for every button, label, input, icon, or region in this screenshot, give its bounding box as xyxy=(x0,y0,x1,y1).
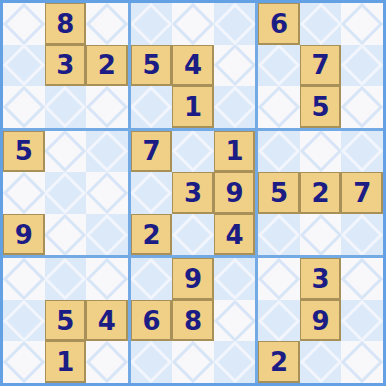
cell-value: 9 xyxy=(184,266,202,292)
diamond-decoration xyxy=(341,86,383,128)
cell-r8c9[interactable] xyxy=(341,300,383,342)
cell-r5c7[interactable]: 5 xyxy=(258,172,300,214)
cell-value: 1 xyxy=(56,349,74,375)
cell-r8c6[interactable] xyxy=(214,300,256,342)
cell-r3c2[interactable] xyxy=(45,86,87,128)
cell-value: 1 xyxy=(184,94,202,120)
cell-r9c6[interactable] xyxy=(214,341,256,383)
cell-r1c9[interactable] xyxy=(341,3,383,45)
cell-r2c6[interactable] xyxy=(214,45,256,87)
diamond-decoration xyxy=(3,300,45,342)
diamond-decoration xyxy=(86,341,128,383)
diamond-decoration xyxy=(214,341,256,383)
diamond-decoration xyxy=(172,131,214,173)
cell-r8c4[interactable]: 6 xyxy=(131,300,173,342)
cell-r7c1[interactable] xyxy=(3,258,45,300)
cell-value: 4 xyxy=(98,308,116,334)
diamond-decoration xyxy=(86,3,128,45)
cell-r2c3[interactable]: 2 xyxy=(86,45,128,87)
cell-r4c9[interactable] xyxy=(341,131,383,173)
cell-r2c1[interactable] xyxy=(3,45,45,87)
cell-r7c4[interactable] xyxy=(131,258,173,300)
cell-value: 2 xyxy=(312,180,330,206)
cell-r1c2[interactable]: 8 xyxy=(45,3,87,45)
diamond-decoration xyxy=(300,3,342,45)
cell-value: 1 xyxy=(226,138,244,164)
cell-r1c1[interactable] xyxy=(3,3,45,45)
cell-r7c3[interactable] xyxy=(86,258,128,300)
cell-r8c2[interactable]: 5 xyxy=(45,300,87,342)
diamond-decoration xyxy=(86,214,128,256)
diamond-decoration xyxy=(131,172,173,214)
diamond-decoration xyxy=(3,258,45,300)
cell-r9c3[interactable] xyxy=(86,341,128,383)
cell-value: 5 xyxy=(312,94,330,120)
cell-value: 8 xyxy=(56,11,74,37)
cell-r2c4[interactable]: 5 xyxy=(131,45,173,87)
diamond-decoration xyxy=(45,214,87,256)
diamond-decoration xyxy=(131,86,173,128)
cell-r1c4[interactable] xyxy=(131,3,173,45)
sudoku-box-9: 392 xyxy=(258,258,383,383)
cell-value: 5 xyxy=(270,180,288,206)
diamond-decoration xyxy=(3,45,45,87)
cell-value: 9 xyxy=(226,180,244,206)
diamond-decoration xyxy=(214,3,256,45)
cell-value: 2 xyxy=(142,222,160,248)
cell-r3c1[interactable] xyxy=(3,86,45,128)
diamond-decoration xyxy=(45,131,87,173)
diamond-decoration xyxy=(300,341,342,383)
cell-r9c4[interactable] xyxy=(131,341,173,383)
cell-r2c8[interactable]: 7 xyxy=(300,45,342,87)
cell-r6c1[interactable]: 9 xyxy=(3,214,45,256)
cell-r4c5[interactable] xyxy=(172,131,214,173)
cell-r7c2[interactable] xyxy=(45,258,87,300)
cell-r8c5[interactable]: 8 xyxy=(172,300,214,342)
cell-r4c1[interactable]: 5 xyxy=(3,131,45,173)
diamond-decoration xyxy=(214,300,256,342)
cell-r5c3[interactable] xyxy=(86,172,128,214)
diamond-decoration xyxy=(258,258,300,300)
cell-value: 2 xyxy=(270,349,288,375)
cell-r5c4[interactable] xyxy=(131,172,173,214)
sudoku-box-1: 832 xyxy=(3,3,128,128)
sudoku-box-6: 527 xyxy=(258,131,383,256)
cell-r1c8[interactable] xyxy=(300,3,342,45)
diamond-decoration xyxy=(341,131,383,173)
cell-r6c6[interactable]: 4 xyxy=(214,214,256,256)
cell-r8c3[interactable]: 4 xyxy=(86,300,128,342)
cell-r1c3[interactable] xyxy=(86,3,128,45)
diamond-decoration xyxy=(258,300,300,342)
diamond-decoration xyxy=(258,45,300,87)
cell-r8c7[interactable] xyxy=(258,300,300,342)
diamond-decoration xyxy=(45,86,87,128)
cell-r8c8[interactable]: 9 xyxy=(300,300,342,342)
cell-r1c7[interactable]: 6 xyxy=(258,3,300,45)
cell-value: 4 xyxy=(226,222,244,248)
cell-value: 5 xyxy=(56,308,74,334)
diamond-decoration xyxy=(300,214,342,256)
cell-r9c8[interactable] xyxy=(300,341,342,383)
diamond-decoration xyxy=(258,131,300,173)
cell-r7c8[interactable]: 3 xyxy=(300,258,342,300)
cell-r6c5[interactable] xyxy=(172,214,214,256)
diamond-decoration xyxy=(3,3,45,45)
cell-r9c5[interactable] xyxy=(172,341,214,383)
cell-r7c6[interactable] xyxy=(214,258,256,300)
cell-r1c5[interactable] xyxy=(172,3,214,45)
cell-r2c2[interactable]: 3 xyxy=(45,45,87,87)
cell-r4c3[interactable] xyxy=(86,131,128,173)
cell-value: 3 xyxy=(56,52,74,78)
sudoku-box-2: 541 xyxy=(131,3,256,128)
cell-r6c8[interactable] xyxy=(300,214,342,256)
cell-r6c4[interactable]: 2 xyxy=(131,214,173,256)
diamond-decoration xyxy=(341,300,383,342)
diamond-decoration xyxy=(341,3,383,45)
cell-r7c5[interactable]: 9 xyxy=(172,258,214,300)
cell-r9c2[interactable]: 1 xyxy=(45,341,87,383)
cell-r2c9[interactable] xyxy=(341,45,383,87)
cell-r5c8[interactable]: 2 xyxy=(300,172,342,214)
cell-r3c6[interactable] xyxy=(214,86,256,128)
cell-value: 7 xyxy=(353,180,371,206)
cell-value: 7 xyxy=(142,138,160,164)
diamond-decoration xyxy=(86,131,128,173)
diamond-decoration xyxy=(45,258,87,300)
diamond-decoration xyxy=(258,214,300,256)
cell-value: 8 xyxy=(184,308,202,334)
cell-value: 5 xyxy=(142,52,160,78)
diamond-decoration xyxy=(131,3,173,45)
cell-r5c6[interactable]: 9 xyxy=(214,172,256,214)
diamond-decoration xyxy=(214,86,256,128)
diamond-decoration xyxy=(131,341,173,383)
diamond-decoration xyxy=(45,172,87,214)
cell-r7c9[interactable] xyxy=(341,258,383,300)
cell-r3c3[interactable] xyxy=(86,86,128,128)
diamond-decoration xyxy=(3,86,45,128)
diamond-decoration xyxy=(3,172,45,214)
diamond-decoration xyxy=(341,45,383,87)
cell-r9c7[interactable]: 2 xyxy=(258,341,300,383)
cell-r4c6[interactable]: 1 xyxy=(214,131,256,173)
cell-value: 6 xyxy=(270,11,288,37)
diamond-decoration xyxy=(172,3,214,45)
cell-value: 3 xyxy=(312,266,330,292)
diamond-decoration xyxy=(86,172,128,214)
diamond-decoration xyxy=(172,214,214,256)
cell-r1c6[interactable] xyxy=(214,3,256,45)
diamond-decoration xyxy=(258,86,300,128)
cell-r3c9[interactable] xyxy=(341,86,383,128)
diamond-decoration xyxy=(172,341,214,383)
cell-r5c5[interactable]: 3 xyxy=(172,172,214,214)
cell-r4c7[interactable] xyxy=(258,131,300,173)
cell-value: 9 xyxy=(15,222,33,248)
diamond-decoration xyxy=(214,258,256,300)
cell-value: 5 xyxy=(15,138,33,164)
sudoku-box-3: 675 xyxy=(258,3,383,128)
cell-value: 4 xyxy=(184,52,202,78)
cell-r9c9[interactable] xyxy=(341,341,383,383)
cell-r3c5[interactable]: 1 xyxy=(172,86,214,128)
diamond-decoration xyxy=(341,341,383,383)
diamond-decoration xyxy=(3,341,45,383)
diamond-decoration xyxy=(341,258,383,300)
cell-r2c7[interactable] xyxy=(258,45,300,87)
diamond-decoration xyxy=(131,258,173,300)
cell-r4c4[interactable]: 7 xyxy=(131,131,173,173)
diamond-decoration xyxy=(86,258,128,300)
cell-r2c5[interactable]: 4 xyxy=(172,45,214,87)
sudoku-box-5: 713924 xyxy=(131,131,256,256)
cell-r7c7[interactable] xyxy=(258,258,300,300)
sudoku-board: 83254167559713924527541968392 xyxy=(0,0,386,386)
cell-r3c7[interactable] xyxy=(258,86,300,128)
diamond-decoration xyxy=(86,86,128,128)
cell-r6c7[interactable] xyxy=(258,214,300,256)
cell-r4c8[interactable] xyxy=(300,131,342,173)
cell-value: 9 xyxy=(312,308,330,334)
diamond-decoration xyxy=(341,214,383,256)
cell-r3c8[interactable]: 5 xyxy=(300,86,342,128)
sudoku-box-4: 59 xyxy=(3,131,128,256)
cell-r3c4[interactable] xyxy=(131,86,173,128)
cell-value: 6 xyxy=(142,308,160,334)
cell-r5c9[interactable]: 7 xyxy=(341,172,383,214)
cell-r4c2[interactable] xyxy=(45,131,87,173)
cell-r8c1[interactable] xyxy=(3,300,45,342)
cell-r5c1[interactable] xyxy=(3,172,45,214)
sudoku-box-7: 541 xyxy=(3,258,128,383)
cell-r6c9[interactable] xyxy=(341,214,383,256)
cell-r6c3[interactable] xyxy=(86,214,128,256)
cell-r6c2[interactable] xyxy=(45,214,87,256)
diamond-decoration xyxy=(214,45,256,87)
cell-value: 3 xyxy=(184,180,202,206)
sudoku-box-8: 968 xyxy=(131,258,256,383)
cell-value: 7 xyxy=(312,52,330,78)
cell-r5c2[interactable] xyxy=(45,172,87,214)
cell-r9c1[interactable] xyxy=(3,341,45,383)
cell-value: 2 xyxy=(98,52,116,78)
diamond-decoration xyxy=(300,131,342,173)
